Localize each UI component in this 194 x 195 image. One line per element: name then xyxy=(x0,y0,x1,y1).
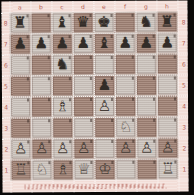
square-h8[interactable]: ♜ xyxy=(156,11,177,32)
piece-black-rook: ♜ xyxy=(160,12,174,33)
rank-label-left-4: 4 xyxy=(2,97,10,118)
rank-label-right-2: 2 xyxy=(180,137,188,158)
rank-label-left-6: 6 xyxy=(2,55,10,76)
piece-white-knight: ♘ xyxy=(119,117,133,138)
square-b7[interactable]: ♟ xyxy=(31,33,52,54)
piece-white-rook: ♖ xyxy=(161,159,175,180)
rank-label-right-1: 1 xyxy=(180,158,188,179)
piece-black-queen: ♛ xyxy=(76,12,90,33)
square-e4[interactable]: ♙ xyxy=(94,96,115,117)
file-label-e: e xyxy=(93,3,114,10)
piece-white-bishop: ♗ xyxy=(56,96,70,117)
square-c6[interactable]: ♞ xyxy=(52,54,73,75)
square-f4[interactable] xyxy=(115,96,136,117)
piece-black-pawn: ♟ xyxy=(139,33,153,54)
piece-black-knight: ♞ xyxy=(139,12,153,33)
square-g5[interactable] xyxy=(136,75,157,96)
square-c7[interactable]: ♟ xyxy=(52,33,73,54)
piece-black-knight: ♞ xyxy=(56,54,70,75)
square-g7[interactable]: ♟ xyxy=(136,33,157,54)
square-d6[interactable] xyxy=(73,54,94,75)
square-e2[interactable] xyxy=(94,138,115,159)
square-c5[interactable] xyxy=(52,75,73,96)
piece-black-pawn: ♟ xyxy=(55,33,69,54)
square-h7[interactable]: ♟ xyxy=(157,32,178,53)
square-c1[interactable]: ♗ xyxy=(52,159,73,180)
piece-black-pawn: ♟ xyxy=(34,33,48,54)
rank-label-left-5: 5 xyxy=(2,76,10,97)
rank-label-right-4: 4 xyxy=(180,95,188,116)
square-b6[interactable] xyxy=(31,54,52,75)
square-d8[interactable]: ♛ xyxy=(72,12,93,33)
square-g4[interactable] xyxy=(136,96,157,117)
handwritten-script-icon xyxy=(25,184,167,190)
rank-label-left-8: 8 xyxy=(1,13,9,34)
rank-label-right-8: 8 xyxy=(179,11,187,32)
square-d3[interactable] xyxy=(73,117,94,138)
square-a3[interactable] xyxy=(10,117,31,138)
piece-white-pawn: ♙ xyxy=(35,138,49,159)
file-label-d: d xyxy=(72,3,93,10)
piece-white-pawn: ♙ xyxy=(14,138,28,159)
square-b8[interactable] xyxy=(30,12,51,33)
piece-white-knight: ♘ xyxy=(35,159,49,180)
square-e3[interactable] xyxy=(94,117,115,138)
square-h2[interactable]: ♙ xyxy=(157,137,178,158)
piece-white-rook: ♖ xyxy=(14,159,28,180)
file-label-b: b xyxy=(30,3,51,10)
piece-black-rook: ♜ xyxy=(13,12,27,33)
file-label-g: g xyxy=(135,3,156,10)
piece-white-pawn: ♙ xyxy=(98,96,112,117)
square-g8[interactable]: ♞ xyxy=(135,12,156,33)
rank-label-left-3: 3 xyxy=(2,118,10,139)
square-b2[interactable]: ♙ xyxy=(31,138,52,159)
square-a2[interactable]: ♙ xyxy=(10,138,31,159)
piece-black-pawn: ♟ xyxy=(76,33,90,54)
rank-label-right-6: 6 xyxy=(180,53,188,74)
square-d1[interactable]: ♕ xyxy=(73,159,94,180)
square-b1[interactable]: ♘ xyxy=(31,159,52,180)
square-e8[interactable]: ♚ xyxy=(93,12,114,33)
square-f5[interactable] xyxy=(115,75,136,96)
square-e6[interactable] xyxy=(94,54,115,75)
rank-label-right-3: 3 xyxy=(180,116,188,137)
piece-white-queen: ♕ xyxy=(77,159,91,180)
square-g2[interactable]: ♙ xyxy=(136,138,157,159)
rank-label-left-1: 1 xyxy=(2,160,10,181)
square-b4[interactable] xyxy=(31,96,52,117)
square-e1[interactable]: ♔ xyxy=(94,159,115,180)
square-a6[interactable] xyxy=(10,54,31,75)
piece-white-king: ♔ xyxy=(98,159,112,180)
piece-black-bishop: ♝ xyxy=(97,33,111,54)
square-h6[interactable] xyxy=(157,53,178,74)
square-f3[interactable]: ♘ xyxy=(115,117,136,138)
square-c3[interactable] xyxy=(52,117,73,138)
piece-white-pawn: ♙ xyxy=(119,138,133,159)
square-b5[interactable] xyxy=(31,75,52,96)
square-c2[interactable]: ♙ xyxy=(52,138,73,159)
piece-white-pawn: ♙ xyxy=(77,138,91,159)
square-d7[interactable]: ♟ xyxy=(73,33,94,54)
file-label-h: h xyxy=(156,2,177,9)
piece-black-pawn: ♟ xyxy=(118,33,132,54)
file-label-c: c xyxy=(51,3,72,10)
square-d4[interactable] xyxy=(73,96,94,117)
square-a7[interactable]: ♟ xyxy=(10,33,31,54)
square-e7[interactable]: ♝ xyxy=(94,33,115,54)
file-label-f: f xyxy=(114,3,135,10)
rank-label-left-2: 2 xyxy=(2,139,10,160)
square-d2[interactable]: ♙ xyxy=(73,138,94,159)
square-g3[interactable] xyxy=(136,117,157,138)
square-a8[interactable]: ♜ xyxy=(9,12,30,33)
square-h1[interactable]: ♖ xyxy=(157,158,178,179)
rank-label-left-7: 7 xyxy=(2,34,10,55)
piece-black-pawn: ♟ xyxy=(160,33,174,54)
rank-label-right-7: 7 xyxy=(180,32,188,53)
photo-background: ♜♝♛♚♞♜♟♟♟♟♝♟♟♟♞♟♗♙♘♙♙♙♙♙♙♙♖♘♗♕♔♖ abcdefg… xyxy=(0,0,194,195)
square-f6[interactable] xyxy=(115,54,136,75)
piece-white-bishop: ♗ xyxy=(56,159,70,180)
square-a5[interactable] xyxy=(10,75,31,96)
piece-white-pawn: ♙ xyxy=(140,138,154,159)
square-h4[interactable] xyxy=(157,95,178,116)
piece-black-pawn: ♟ xyxy=(13,33,27,54)
square-b3[interactable] xyxy=(31,117,52,138)
square-c8[interactable]: ♝ xyxy=(51,12,72,33)
stamp-sheet: ♜♝♛♚♞♜♟♟♟♟♝♟♟♟♞♟♗♙♘♙♙♙♙♙♙♙♖♘♗♕♔♖ abcdefg… xyxy=(1,0,188,192)
file-label-a: a xyxy=(9,3,30,10)
piece-white-pawn: ♙ xyxy=(56,138,70,159)
rank-label-right-5: 5 xyxy=(180,74,188,95)
square-e5[interactable]: ♟ xyxy=(94,75,115,96)
square-g6[interactable] xyxy=(136,54,157,75)
square-f1[interactable] xyxy=(115,159,136,180)
square-f8[interactable] xyxy=(114,12,135,33)
square-g1[interactable] xyxy=(136,159,157,180)
square-f2[interactable]: ♙ xyxy=(115,138,136,159)
piece-black-king: ♚ xyxy=(97,12,111,33)
piece-black-pawn: ♟ xyxy=(98,75,112,96)
piece-black-bishop: ♝ xyxy=(55,12,69,33)
square-h3[interactable] xyxy=(157,116,178,137)
square-d5[interactable] xyxy=(73,75,94,96)
square-c4[interactable]: ♗ xyxy=(52,96,73,117)
square-a1[interactable]: ♖ xyxy=(10,159,31,180)
square-h5[interactable] xyxy=(157,74,178,95)
square-f7[interactable]: ♟ xyxy=(115,33,136,54)
square-a4[interactable] xyxy=(10,96,31,117)
piece-white-pawn: ♙ xyxy=(161,138,175,159)
